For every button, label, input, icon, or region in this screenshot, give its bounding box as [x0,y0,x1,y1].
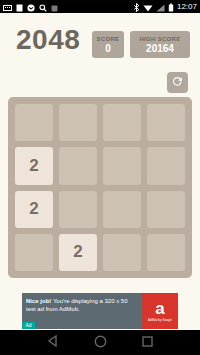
clock: 12:07 [177,0,197,13]
android-nav-bar [0,330,200,355]
admob-logo-caption: AdMob by Google [148,318,172,322]
home-button[interactable] [94,335,107,351]
board-cell-r3c1: 2 [15,191,53,228]
board-cell-r4c1 [15,234,53,271]
app-icon [51,0,58,16]
board-cell-r4c4 [147,234,185,271]
search-icon [39,0,47,16]
board-cell-r1c1 [15,104,53,141]
notification-icons [0,0,58,16]
game-board[interactable]: 2 2 2 [8,97,192,278]
ad-banner[interactable]: Nice job! You're displaying a 320 x 50 t… [22,293,178,329]
score-label: SCORE [97,36,120,42]
high-score-value: 20164 [146,43,174,54]
battery-icon [168,0,174,16]
admob-logo: a AdMob by Google [142,293,178,329]
phone-screen: 12:07 2048 SCORE 0 HIGH SCORE 20164 2 2 … [0,0,200,355]
score-value: 0 [105,43,111,54]
back-icon [47,335,59,350]
restart-button[interactable] [167,72,188,93]
board-cell-r3c4 [147,191,185,228]
board-cell-r3c2 [59,191,97,228]
high-score-box: HIGH SCORE 20164 [130,31,190,58]
keyboard-icon [3,0,12,16]
ad-choices-badge[interactable]: Ad [22,322,35,329]
board-cell-r2c1: 2 [15,147,53,184]
recents-icon [142,335,153,350]
admob-a-icon: a [155,300,164,318]
board-cell-r1c4 [147,104,185,141]
ad-headline: Nice job! [26,298,51,304]
system-status-icons: 12:07 [133,0,200,16]
board-cell-r4c2: 2 [59,234,97,271]
recents-button[interactable] [142,335,153,350]
ad-text: Nice job! You're displaying a 320 x 50 t… [22,293,142,329]
high-score-label: HIGH SCORE [139,36,180,42]
signal-icon [156,0,165,16]
board-cell-r2c4 [147,147,185,184]
board-cell-r2c3 [103,147,141,184]
wifi-icon [143,0,153,16]
board-cell-r4c3 [103,234,141,271]
board-cell-r1c2 [59,104,97,141]
refresh-icon [171,75,184,91]
status-bar: 12:07 [0,0,200,13]
board-cell-r3c3 [103,191,141,228]
bluetooth-icon [133,0,140,16]
board-cell-r1c3 [103,104,141,141]
score-box: SCORE 0 [92,31,124,58]
messenger-icon [27,0,35,16]
game-title: 2048 [16,24,80,56]
screenshot-icon [16,0,23,16]
home-icon [94,335,107,351]
back-button[interactable] [47,335,59,350]
board-cell-r2c2 [59,147,97,184]
